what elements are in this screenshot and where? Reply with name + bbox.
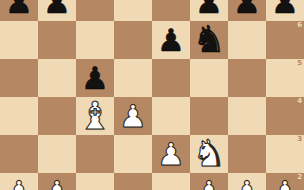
square-b5[interactable] bbox=[38, 59, 76, 97]
chess-board-screenshot: 8♟♟♟♟7♟♟♞6♟5♝♟4♟♞3♟♟♟♟2♟1 bbox=[0, 0, 304, 190]
white-pawn[interactable]: ♟ bbox=[271, 173, 299, 190]
black-pawn[interactable]: ♟ bbox=[157, 21, 185, 59]
white-pawn[interactable]: ♟ bbox=[119, 97, 147, 135]
square-f5[interactable] bbox=[190, 59, 228, 97]
rank-label-4: 4 bbox=[297, 98, 302, 105]
black-pawn[interactable]: ♟ bbox=[271, 0, 299, 21]
square-g4[interactable] bbox=[228, 97, 266, 135]
square-e6[interactable]: ♟ bbox=[152, 21, 190, 59]
white-pawn[interactable]: ♟ bbox=[43, 173, 71, 190]
square-f3[interactable]: ♞ bbox=[190, 135, 228, 173]
square-d7[interactable] bbox=[114, 0, 152, 21]
square-c7[interactable] bbox=[76, 0, 114, 21]
square-a5[interactable] bbox=[0, 59, 38, 97]
square-c4[interactable]: ♝ bbox=[76, 97, 114, 135]
black-pawn[interactable]: ♟ bbox=[81, 59, 109, 97]
square-f4[interactable] bbox=[190, 97, 228, 135]
square-g5[interactable] bbox=[228, 59, 266, 97]
square-a6[interactable] bbox=[0, 21, 38, 59]
square-e5[interactable] bbox=[152, 59, 190, 97]
square-c2[interactable] bbox=[76, 173, 114, 190]
chess-board[interactable]: 8♟♟♟♟7♟♟♞6♟5♝♟4♟♞3♟♟♟♟2♟1 bbox=[0, 0, 304, 190]
square-f2[interactable]: ♟ bbox=[190, 173, 228, 190]
square-h7[interactable]: 7♟ bbox=[266, 0, 304, 21]
square-e7[interactable] bbox=[152, 0, 190, 21]
white-pawn[interactable]: ♟ bbox=[233, 173, 261, 190]
square-h6[interactable]: 6 bbox=[266, 21, 304, 59]
black-pawn[interactable]: ♟ bbox=[43, 0, 71, 21]
square-c6[interactable] bbox=[76, 21, 114, 59]
white-knight[interactable]: ♞ bbox=[192, 135, 225, 173]
square-d5[interactable] bbox=[114, 59, 152, 97]
square-d6[interactable] bbox=[114, 21, 152, 59]
square-a7[interactable]: ♟ bbox=[0, 0, 38, 21]
square-g3[interactable] bbox=[228, 135, 266, 173]
black-knight[interactable]: ♞ bbox=[192, 21, 225, 59]
square-b3[interactable] bbox=[38, 135, 76, 173]
square-b7[interactable]: ♟ bbox=[38, 0, 76, 21]
square-g7[interactable]: ♟ bbox=[228, 0, 266, 21]
square-a2[interactable]: ♟ bbox=[0, 173, 38, 190]
square-h2[interactable]: 2♟ bbox=[266, 173, 304, 190]
white-pawn[interactable]: ♟ bbox=[195, 173, 223, 190]
square-a3[interactable] bbox=[0, 135, 38, 173]
square-d2[interactable] bbox=[114, 173, 152, 190]
white-bishop[interactable]: ♝ bbox=[78, 97, 112, 135]
square-g2[interactable]: ♟ bbox=[228, 173, 266, 190]
square-e3[interactable]: ♟ bbox=[152, 135, 190, 173]
square-e2[interactable] bbox=[152, 173, 190, 190]
square-a4[interactable] bbox=[0, 97, 38, 135]
white-pawn[interactable]: ♟ bbox=[157, 135, 185, 173]
square-c3[interactable] bbox=[76, 135, 114, 173]
square-h5[interactable]: 5 bbox=[266, 59, 304, 97]
square-d3[interactable] bbox=[114, 135, 152, 173]
square-d4[interactable]: ♟ bbox=[114, 97, 152, 135]
square-e4[interactable] bbox=[152, 97, 190, 135]
black-pawn[interactable]: ♟ bbox=[5, 0, 33, 21]
rank-label-6: 6 bbox=[297, 22, 302, 29]
rank-label-5: 5 bbox=[297, 60, 302, 67]
square-b6[interactable] bbox=[38, 21, 76, 59]
square-h4[interactable]: 4 bbox=[266, 97, 304, 135]
square-b4[interactable] bbox=[38, 97, 76, 135]
white-pawn[interactable]: ♟ bbox=[5, 173, 33, 190]
black-pawn[interactable]: ♟ bbox=[233, 0, 261, 21]
rank-label-3: 3 bbox=[297, 136, 302, 143]
square-h3[interactable]: 3 bbox=[266, 135, 304, 173]
square-g6[interactable] bbox=[228, 21, 266, 59]
square-c5[interactable]: ♟ bbox=[76, 59, 114, 97]
square-b2[interactable]: ♟ bbox=[38, 173, 76, 190]
square-f6[interactable]: ♞ bbox=[190, 21, 228, 59]
